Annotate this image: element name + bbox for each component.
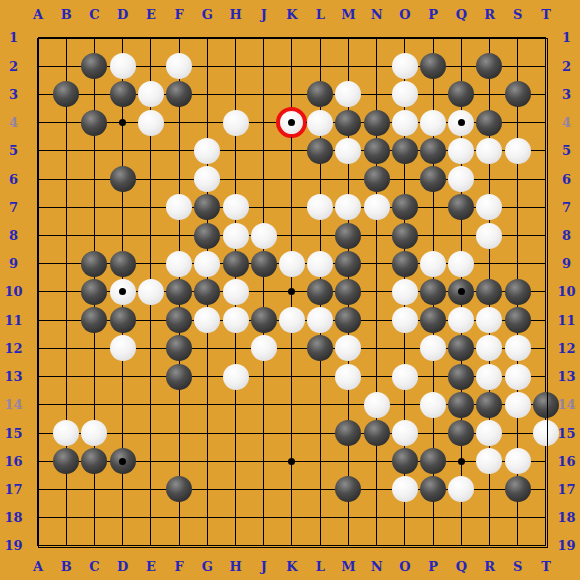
board-intersection-A5[interactable] <box>24 137 52 165</box>
board-intersection-M11[interactable] <box>334 306 362 334</box>
board-intersection-Q7[interactable] <box>447 193 475 221</box>
board-intersection-R3[interactable] <box>475 80 503 108</box>
board-intersection-L5[interactable] <box>306 137 334 165</box>
board-intersection-C8[interactable] <box>80 221 108 249</box>
board-intersection-G4[interactable] <box>193 109 221 137</box>
board-intersection-F14[interactable] <box>165 391 193 419</box>
board-intersection-O2[interactable] <box>391 52 419 80</box>
board-intersection-K6[interactable] <box>278 165 306 193</box>
board-intersection-B4[interactable] <box>52 109 80 137</box>
board-intersection-P1[interactable] <box>419 24 447 52</box>
board-intersection-B13[interactable] <box>52 363 80 391</box>
board-intersection-A7[interactable] <box>24 193 52 221</box>
board-intersection-E14[interactable] <box>137 391 165 419</box>
board-intersection-S14[interactable] <box>504 391 532 419</box>
board-intersection-H5[interactable] <box>221 137 249 165</box>
board-intersection-A4[interactable] <box>24 109 52 137</box>
board-intersection-P5[interactable] <box>419 137 447 165</box>
board-intersection-F9[interactable] <box>165 250 193 278</box>
board-intersection-C16[interactable] <box>80 447 108 475</box>
board-intersection-J8[interactable] <box>250 221 278 249</box>
board-intersection-R9[interactable] <box>475 250 503 278</box>
board-intersection-M9[interactable] <box>334 250 362 278</box>
board-intersection-K8[interactable] <box>278 221 306 249</box>
board-intersection-S1[interactable] <box>504 24 532 52</box>
board-intersection-F19[interactable] <box>165 532 193 560</box>
board-intersection-Q19[interactable] <box>447 532 475 560</box>
board-intersection-E10[interactable] <box>137 278 165 306</box>
board-intersection-P14[interactable] <box>419 391 447 419</box>
board-intersection-M16[interactable] <box>334 447 362 475</box>
board-intersection-N16[interactable] <box>363 447 391 475</box>
board-intersection-B2[interactable] <box>52 52 80 80</box>
board-intersection-R2[interactable] <box>475 52 503 80</box>
board-intersection-R6[interactable] <box>475 165 503 193</box>
board-intersection-E2[interactable] <box>137 52 165 80</box>
board-intersection-Q8[interactable] <box>447 221 475 249</box>
board-intersection-F16[interactable] <box>165 447 193 475</box>
board-intersection-K18[interactable] <box>278 504 306 532</box>
board-intersection-H2[interactable] <box>221 52 249 80</box>
board-intersection-O19[interactable] <box>391 532 419 560</box>
board-intersection-B5[interactable] <box>52 137 80 165</box>
board-intersection-O3[interactable] <box>391 80 419 108</box>
board-intersection-K13[interactable] <box>278 363 306 391</box>
board-intersection-H18[interactable] <box>221 504 249 532</box>
board-intersection-M8[interactable] <box>334 221 362 249</box>
board-intersection-Q15[interactable] <box>447 419 475 447</box>
board-intersection-E3[interactable] <box>137 80 165 108</box>
board-intersection-C12[interactable] <box>80 334 108 362</box>
board-intersection-A18[interactable] <box>24 504 52 532</box>
board-intersection-B14[interactable] <box>52 391 80 419</box>
board-intersection-T19[interactable] <box>532 532 560 560</box>
board-intersection-F4[interactable] <box>165 109 193 137</box>
board-intersection-Q13[interactable] <box>447 363 475 391</box>
board-intersection-A10[interactable] <box>24 278 52 306</box>
board-intersection-C13[interactable] <box>80 363 108 391</box>
board-intersection-H13[interactable] <box>221 363 249 391</box>
board-intersection-F18[interactable] <box>165 504 193 532</box>
board-intersection-H8[interactable] <box>221 221 249 249</box>
board-intersection-T18[interactable] <box>532 504 560 532</box>
board-intersection-J12[interactable] <box>250 334 278 362</box>
board-intersection-J7[interactable] <box>250 193 278 221</box>
board-intersection-P6[interactable] <box>419 165 447 193</box>
board-intersection-S9[interactable] <box>504 250 532 278</box>
board-intersection-O5[interactable] <box>391 137 419 165</box>
board-intersection-T13[interactable] <box>532 363 560 391</box>
board-intersection-M17[interactable] <box>334 475 362 503</box>
board-intersection-M19[interactable] <box>334 532 362 560</box>
board-intersection-T5[interactable] <box>532 137 560 165</box>
board-intersection-D19[interactable] <box>109 532 137 560</box>
board-intersection-P19[interactable] <box>419 532 447 560</box>
board-intersection-D18[interactable] <box>109 504 137 532</box>
board-intersection-S17[interactable] <box>504 475 532 503</box>
board-intersection-F2[interactable] <box>165 52 193 80</box>
board-intersection-A16[interactable] <box>24 447 52 475</box>
board-intersection-M13[interactable] <box>334 363 362 391</box>
board-intersection-N4[interactable] <box>363 109 391 137</box>
board-intersection-B3[interactable] <box>52 80 80 108</box>
board-intersection-R11[interactable] <box>475 306 503 334</box>
board-intersection-E8[interactable] <box>137 221 165 249</box>
board-intersection-R18[interactable] <box>475 504 503 532</box>
board-intersection-N13[interactable] <box>363 363 391 391</box>
board-intersection-C9[interactable] <box>80 250 108 278</box>
board-intersection-M18[interactable] <box>334 504 362 532</box>
board-intersection-N15[interactable] <box>363 419 391 447</box>
board-intersection-C4[interactable] <box>80 109 108 137</box>
board-intersection-G13[interactable] <box>193 363 221 391</box>
board-intersection-L12[interactable] <box>306 334 334 362</box>
board-intersection-O12[interactable] <box>391 334 419 362</box>
board-intersection-T14[interactable] <box>532 391 560 419</box>
board-intersection-J18[interactable] <box>250 504 278 532</box>
board-intersection-C17[interactable] <box>80 475 108 503</box>
board-intersection-L17[interactable] <box>306 475 334 503</box>
board-intersection-T9[interactable] <box>532 250 560 278</box>
board-intersection-G3[interactable] <box>193 80 221 108</box>
board-intersection-O6[interactable] <box>391 165 419 193</box>
board-intersection-G19[interactable] <box>193 532 221 560</box>
board-intersection-H19[interactable] <box>221 532 249 560</box>
board-intersection-L13[interactable] <box>306 363 334 391</box>
board-intersection-F7[interactable] <box>165 193 193 221</box>
board-intersection-N2[interactable] <box>363 52 391 80</box>
board-intersection-L3[interactable] <box>306 80 334 108</box>
board-intersection-J3[interactable] <box>250 80 278 108</box>
board-intersection-S4[interactable] <box>504 109 532 137</box>
board-intersection-P2[interactable] <box>419 52 447 80</box>
board-intersection-Q4[interactable] <box>447 109 475 137</box>
board-intersection-M2[interactable] <box>334 52 362 80</box>
board-intersection-M10[interactable] <box>334 278 362 306</box>
board-intersection-R15[interactable] <box>475 419 503 447</box>
board-intersection-S18[interactable] <box>504 504 532 532</box>
board-intersection-E16[interactable] <box>137 447 165 475</box>
board-intersection-Q14[interactable] <box>447 391 475 419</box>
board-intersection-N12[interactable] <box>363 334 391 362</box>
board-intersection-J4[interactable] <box>250 109 278 137</box>
board-intersection-L19[interactable] <box>306 532 334 560</box>
board-intersection-S7[interactable] <box>504 193 532 221</box>
board-intersection-B19[interactable] <box>52 532 80 560</box>
board-intersection-C10[interactable] <box>80 278 108 306</box>
board-intersection-Q18[interactable] <box>447 504 475 532</box>
board-intersection-L4[interactable] <box>306 109 334 137</box>
board-intersection-E12[interactable] <box>137 334 165 362</box>
board-intersection-T17[interactable] <box>532 475 560 503</box>
board-intersection-N19[interactable] <box>363 532 391 560</box>
board-intersection-C5[interactable] <box>80 137 108 165</box>
board-intersection-J9[interactable] <box>250 250 278 278</box>
board-intersection-O1[interactable] <box>391 24 419 52</box>
board-intersection-J5[interactable] <box>250 137 278 165</box>
board-intersection-A13[interactable] <box>24 363 52 391</box>
board-intersection-F13[interactable] <box>165 363 193 391</box>
board-intersection-P16[interactable] <box>419 447 447 475</box>
board-intersection-O18[interactable] <box>391 504 419 532</box>
board-intersection-J16[interactable] <box>250 447 278 475</box>
board-intersection-P12[interactable] <box>419 334 447 362</box>
board-intersection-B7[interactable] <box>52 193 80 221</box>
board-intersection-G15[interactable] <box>193 419 221 447</box>
board-intersection-R19[interactable] <box>475 532 503 560</box>
board-intersection-N7[interactable] <box>363 193 391 221</box>
board-intersection-N18[interactable] <box>363 504 391 532</box>
board-intersection-D10[interactable] <box>109 278 137 306</box>
board-intersection-K9[interactable] <box>278 250 306 278</box>
board-intersection-C7[interactable] <box>80 193 108 221</box>
board-intersection-K2[interactable] <box>278 52 306 80</box>
board-intersection-D5[interactable] <box>109 137 137 165</box>
board-intersection-T1[interactable] <box>532 24 560 52</box>
board-intersection-P7[interactable] <box>419 193 447 221</box>
board-intersection-F6[interactable] <box>165 165 193 193</box>
board-intersection-H10[interactable] <box>221 278 249 306</box>
board-intersection-F15[interactable] <box>165 419 193 447</box>
board-intersection-R16[interactable] <box>475 447 503 475</box>
board-intersection-S16[interactable] <box>504 447 532 475</box>
board-intersection-K15[interactable] <box>278 419 306 447</box>
board-intersection-Q6[interactable] <box>447 165 475 193</box>
board-intersection-R13[interactable] <box>475 363 503 391</box>
board-intersection-O8[interactable] <box>391 221 419 249</box>
board-intersection-A11[interactable] <box>24 306 52 334</box>
board-intersection-H16[interactable] <box>221 447 249 475</box>
board-intersection-M15[interactable] <box>334 419 362 447</box>
board-intersection-S10[interactable] <box>504 278 532 306</box>
board-intersection-D17[interactable] <box>109 475 137 503</box>
board-intersection-M14[interactable] <box>334 391 362 419</box>
board-intersection-D11[interactable] <box>109 306 137 334</box>
board-intersection-G10[interactable] <box>193 278 221 306</box>
board-intersection-N8[interactable] <box>363 221 391 249</box>
board-intersection-G12[interactable] <box>193 334 221 362</box>
board-intersection-G5[interactable] <box>193 137 221 165</box>
board-intersection-S12[interactable] <box>504 334 532 362</box>
board-intersection-H6[interactable] <box>221 165 249 193</box>
board-intersection-Q12[interactable] <box>447 334 475 362</box>
board-intersection-E7[interactable] <box>137 193 165 221</box>
board-intersection-H12[interactable] <box>221 334 249 362</box>
board-intersection-G11[interactable] <box>193 306 221 334</box>
board-intersection-H17[interactable] <box>221 475 249 503</box>
board-intersection-H1[interactable] <box>221 24 249 52</box>
board-intersection-A2[interactable] <box>24 52 52 80</box>
board-intersection-J13[interactable] <box>250 363 278 391</box>
board-intersection-S15[interactable] <box>504 419 532 447</box>
board-intersection-K11[interactable] <box>278 306 306 334</box>
board-intersection-T12[interactable] <box>532 334 560 362</box>
board-intersection-K14[interactable] <box>278 391 306 419</box>
board-intersection-D9[interactable] <box>109 250 137 278</box>
board-intersection-M1[interactable] <box>334 24 362 52</box>
board-intersection-E13[interactable] <box>137 363 165 391</box>
board-intersection-L16[interactable] <box>306 447 334 475</box>
board-intersection-S3[interactable] <box>504 80 532 108</box>
board-intersection-D4[interactable] <box>109 109 137 137</box>
board-intersection-R14[interactable] <box>475 391 503 419</box>
board-intersection-N5[interactable] <box>363 137 391 165</box>
board-intersection-M7[interactable] <box>334 193 362 221</box>
board-intersection-L14[interactable] <box>306 391 334 419</box>
board-intersection-C1[interactable] <box>80 24 108 52</box>
board-intersection-C15[interactable] <box>80 419 108 447</box>
board-intersection-P3[interactable] <box>419 80 447 108</box>
board-intersection-E6[interactable] <box>137 165 165 193</box>
board-intersection-D2[interactable] <box>109 52 137 80</box>
board-intersection-H15[interactable] <box>221 419 249 447</box>
board-intersection-S8[interactable] <box>504 221 532 249</box>
board-intersection-K5[interactable] <box>278 137 306 165</box>
board-intersection-Q1[interactable] <box>447 24 475 52</box>
board-intersection-G8[interactable] <box>193 221 221 249</box>
board-intersection-G9[interactable] <box>193 250 221 278</box>
board-intersection-D15[interactable] <box>109 419 137 447</box>
board-intersection-H11[interactable] <box>221 306 249 334</box>
board-intersection-J14[interactable] <box>250 391 278 419</box>
board-intersection-J1[interactable] <box>250 24 278 52</box>
board-intersection-R17[interactable] <box>475 475 503 503</box>
board-intersection-B12[interactable] <box>52 334 80 362</box>
board-intersection-E5[interactable] <box>137 137 165 165</box>
board-intersection-G6[interactable] <box>193 165 221 193</box>
board-intersection-A3[interactable] <box>24 80 52 108</box>
board-intersection-B15[interactable] <box>52 419 80 447</box>
board-intersection-E17[interactable] <box>137 475 165 503</box>
board-intersection-L9[interactable] <box>306 250 334 278</box>
board-intersection-P10[interactable] <box>419 278 447 306</box>
board-intersection-K16[interactable] <box>278 447 306 475</box>
board-intersection-B8[interactable] <box>52 221 80 249</box>
board-intersection-P13[interactable] <box>419 363 447 391</box>
board-intersection-O11[interactable] <box>391 306 419 334</box>
board-intersection-Q2[interactable] <box>447 52 475 80</box>
board-intersection-P15[interactable] <box>419 419 447 447</box>
board-intersection-G16[interactable] <box>193 447 221 475</box>
board-intersection-E19[interactable] <box>137 532 165 560</box>
board-intersection-A19[interactable] <box>24 532 52 560</box>
board-intersection-M4[interactable] <box>334 109 362 137</box>
board-intersection-A17[interactable] <box>24 475 52 503</box>
board-intersection-E18[interactable] <box>137 504 165 532</box>
board-intersection-O13[interactable] <box>391 363 419 391</box>
board-intersection-G1[interactable] <box>193 24 221 52</box>
board-intersection-T15[interactable] <box>532 419 560 447</box>
board-intersection-K4[interactable] <box>278 109 306 137</box>
board-intersection-K10[interactable] <box>278 278 306 306</box>
board-intersection-J17[interactable] <box>250 475 278 503</box>
board-intersection-F5[interactable] <box>165 137 193 165</box>
board-intersection-T11[interactable] <box>532 306 560 334</box>
board-intersection-C19[interactable] <box>80 532 108 560</box>
board-intersection-J2[interactable] <box>250 52 278 80</box>
board-intersection-Q17[interactable] <box>447 475 475 503</box>
board-intersection-B11[interactable] <box>52 306 80 334</box>
board-intersection-Q11[interactable] <box>447 306 475 334</box>
board-intersection-N9[interactable] <box>363 250 391 278</box>
board-intersection-D8[interactable] <box>109 221 137 249</box>
board-intersection-E9[interactable] <box>137 250 165 278</box>
board-intersection-H7[interactable] <box>221 193 249 221</box>
board-intersection-K12[interactable] <box>278 334 306 362</box>
board-intersection-C18[interactable] <box>80 504 108 532</box>
board-intersection-D6[interactable] <box>109 165 137 193</box>
board-intersection-D16[interactable] <box>109 447 137 475</box>
board-intersection-D14[interactable] <box>109 391 137 419</box>
board-intersection-J15[interactable] <box>250 419 278 447</box>
board-intersection-S13[interactable] <box>504 363 532 391</box>
board-intersection-R5[interactable] <box>475 137 503 165</box>
board-intersection-O14[interactable] <box>391 391 419 419</box>
board-intersection-O9[interactable] <box>391 250 419 278</box>
board-intersection-R12[interactable] <box>475 334 503 362</box>
board-intersection-F3[interactable] <box>165 80 193 108</box>
board-intersection-O7[interactable] <box>391 193 419 221</box>
board-intersection-L6[interactable] <box>306 165 334 193</box>
board-intersection-K19[interactable] <box>278 532 306 560</box>
board-intersection-Q16[interactable] <box>447 447 475 475</box>
board-intersection-A12[interactable] <box>24 334 52 362</box>
board-intersection-T2[interactable] <box>532 52 560 80</box>
board-intersection-L18[interactable] <box>306 504 334 532</box>
board-intersection-N1[interactable] <box>363 24 391 52</box>
board-intersection-A14[interactable] <box>24 391 52 419</box>
board-intersection-N6[interactable] <box>363 165 391 193</box>
board-intersection-B1[interactable] <box>52 24 80 52</box>
board-intersection-P17[interactable] <box>419 475 447 503</box>
board-intersection-T7[interactable] <box>532 193 560 221</box>
board-intersection-A9[interactable] <box>24 250 52 278</box>
board-intersection-T4[interactable] <box>532 109 560 137</box>
board-intersection-D12[interactable] <box>109 334 137 362</box>
board-intersection-D13[interactable] <box>109 363 137 391</box>
board-intersection-B16[interactable] <box>52 447 80 475</box>
board-intersection-E11[interactable] <box>137 306 165 334</box>
board-intersection-J19[interactable] <box>250 532 278 560</box>
board-intersection-C3[interactable] <box>80 80 108 108</box>
board-intersection-L2[interactable] <box>306 52 334 80</box>
board-intersection-B9[interactable] <box>52 250 80 278</box>
board-intersection-T3[interactable] <box>532 80 560 108</box>
board-intersection-A15[interactable] <box>24 419 52 447</box>
board-intersection-G18[interactable] <box>193 504 221 532</box>
board-intersection-N3[interactable] <box>363 80 391 108</box>
board-intersection-O17[interactable] <box>391 475 419 503</box>
board-intersection-P4[interactable] <box>419 109 447 137</box>
board-intersection-L10[interactable] <box>306 278 334 306</box>
board-intersection-T8[interactable] <box>532 221 560 249</box>
board-intersection-S6[interactable] <box>504 165 532 193</box>
board-intersection-N10[interactable] <box>363 278 391 306</box>
board-intersection-J10[interactable] <box>250 278 278 306</box>
board-intersection-A1[interactable] <box>24 24 52 52</box>
board-intersection-T16[interactable] <box>532 447 560 475</box>
board-intersection-E15[interactable] <box>137 419 165 447</box>
board-intersection-R10[interactable] <box>475 278 503 306</box>
board-intersection-O16[interactable] <box>391 447 419 475</box>
board-intersection-K7[interactable] <box>278 193 306 221</box>
board-intersection-L7[interactable] <box>306 193 334 221</box>
board-intersection-F12[interactable] <box>165 334 193 362</box>
board-intersection-G14[interactable] <box>193 391 221 419</box>
board-intersection-S19[interactable] <box>504 532 532 560</box>
board-intersection-Q9[interactable] <box>447 250 475 278</box>
board-intersection-D3[interactable] <box>109 80 137 108</box>
